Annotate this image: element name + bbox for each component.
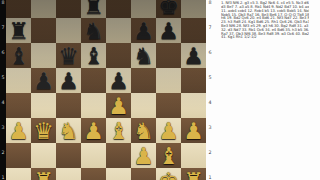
square-g2[interactable]: ♝ bbox=[156, 143, 181, 168]
square-g8[interactable]: ♚ bbox=[156, 0, 181, 18]
rank-label-left-2: 2 bbox=[1, 149, 6, 155]
white-bishop[interactable]: ♝ bbox=[106, 118, 131, 143]
square-c2[interactable] bbox=[56, 143, 81, 168]
square-c6[interactable]: ♛ bbox=[56, 43, 81, 68]
black-knight[interactable]: ♞ bbox=[81, 18, 106, 43]
square-b2[interactable] bbox=[31, 143, 56, 168]
square-d4[interactable] bbox=[81, 93, 106, 118]
black-pawn[interactable]: ♟ bbox=[181, 43, 206, 68]
video-frame: ♜♚♜♞♟♟♝♛♝♞♟♟♟♟♟♟♛♞♟♝♞♟♟♟♝♜♚♜ 1. Nf3 Nf6 … bbox=[0, 0, 320, 180]
square-f4[interactable] bbox=[131, 93, 156, 118]
square-c7[interactable] bbox=[56, 18, 81, 43]
rank-label-right-4: 4 bbox=[208, 99, 213, 105]
square-a5[interactable] bbox=[6, 68, 31, 93]
white-bishop[interactable]: ♝ bbox=[156, 143, 181, 168]
white-pawn[interactable]: ♟ bbox=[131, 143, 156, 168]
rank-label-right-1: 1 bbox=[208, 174, 213, 180]
square-e7[interactable] bbox=[106, 18, 131, 43]
square-e6[interactable] bbox=[106, 43, 131, 68]
square-h2[interactable] bbox=[181, 143, 206, 168]
rank-label-right-6: 6 bbox=[208, 49, 213, 55]
square-f1[interactable] bbox=[131, 168, 156, 180]
square-a2[interactable] bbox=[6, 143, 31, 168]
rank-label-left-7: 7 bbox=[1, 24, 6, 30]
black-king[interactable]: ♚ bbox=[156, 0, 181, 18]
square-d7[interactable]: ♞ bbox=[81, 18, 106, 43]
square-e8[interactable] bbox=[106, 0, 131, 18]
rank-label-left-6: 6 bbox=[1, 49, 6, 55]
rank-label-left-4: 4 bbox=[1, 99, 6, 105]
white-knight[interactable]: ♞ bbox=[131, 118, 156, 143]
black-pawn[interactable]: ♟ bbox=[106, 68, 131, 93]
square-c1[interactable] bbox=[56, 168, 81, 180]
black-pawn[interactable]: ♟ bbox=[156, 18, 181, 43]
white-rook[interactable]: ♜ bbox=[181, 168, 206, 180]
square-g5[interactable] bbox=[156, 68, 181, 93]
square-b8[interactable] bbox=[31, 0, 56, 18]
square-a1[interactable] bbox=[6, 168, 31, 180]
rank-label-right-2: 2 bbox=[208, 149, 213, 155]
white-king[interactable]: ♚ bbox=[156, 168, 181, 180]
square-h4[interactable] bbox=[181, 93, 206, 118]
square-c8[interactable] bbox=[56, 0, 81, 18]
square-g7[interactable]: ♟ bbox=[156, 18, 181, 43]
square-a8[interactable] bbox=[6, 0, 31, 18]
square-e1[interactable] bbox=[106, 168, 131, 180]
square-g1[interactable]: ♚ bbox=[156, 168, 181, 180]
square-b1[interactable]: ♜ bbox=[31, 168, 56, 180]
square-g4[interactable] bbox=[156, 93, 181, 118]
rank-label-right-5: 5 bbox=[208, 74, 213, 80]
move-list: 1. Nf3 Nf6 2. g3 c5 3. Bg2 Nc6 4. c4 e5 … bbox=[221, 1, 309, 39]
black-rook[interactable]: ♜ bbox=[6, 18, 31, 43]
square-h3[interactable]: ♟ bbox=[181, 118, 206, 143]
square-d5[interactable] bbox=[81, 68, 106, 93]
square-b3[interactable]: ♛ bbox=[31, 118, 56, 143]
square-c5[interactable]: ♟ bbox=[56, 68, 81, 93]
white-knight[interactable]: ♞ bbox=[56, 118, 81, 143]
square-b6[interactable] bbox=[31, 43, 56, 68]
square-d8[interactable]: ♜ bbox=[81, 0, 106, 18]
white-pawn[interactable]: ♟ bbox=[106, 93, 131, 118]
square-f8[interactable] bbox=[131, 0, 156, 18]
white-pawn[interactable]: ♟ bbox=[181, 118, 206, 143]
square-h8[interactable] bbox=[181, 0, 206, 18]
square-a3[interactable]: ♟ bbox=[6, 118, 31, 143]
rank-label-right-8: 8 bbox=[208, 0, 213, 5]
square-b4[interactable] bbox=[31, 93, 56, 118]
square-a6[interactable]: ♝ bbox=[6, 43, 31, 68]
square-e5[interactable]: ♟ bbox=[106, 68, 131, 93]
white-rook[interactable]: ♜ bbox=[31, 168, 56, 180]
square-b5[interactable]: ♟ bbox=[31, 68, 56, 93]
white-queen[interactable]: ♛ bbox=[31, 118, 56, 143]
square-h5[interactable] bbox=[181, 68, 206, 93]
rank-label-left-5: 5 bbox=[1, 74, 6, 80]
black-pawn[interactable]: ♟ bbox=[31, 68, 56, 93]
rank-label-left-3: 3 bbox=[1, 124, 6, 130]
square-g6[interactable] bbox=[156, 43, 181, 68]
square-d1[interactable] bbox=[81, 168, 106, 180]
black-knight[interactable]: ♞ bbox=[131, 43, 156, 68]
white-pawn[interactable]: ♟ bbox=[81, 118, 106, 143]
square-f7[interactable]: ♟ bbox=[131, 18, 156, 43]
white-pawn[interactable]: ♟ bbox=[6, 118, 31, 143]
square-f6[interactable]: ♞ bbox=[131, 43, 156, 68]
black-rook[interactable]: ♜ bbox=[81, 0, 106, 18]
black-bishop[interactable]: ♝ bbox=[81, 43, 106, 68]
black-queen[interactable]: ♛ bbox=[56, 43, 81, 68]
square-d3[interactable]: ♟ bbox=[81, 118, 106, 143]
black-pawn[interactable]: ♟ bbox=[131, 18, 156, 43]
square-d6[interactable]: ♝ bbox=[81, 43, 106, 68]
chess-board[interactable]: ♜♚♜♞♟♟♝♛♝♞♟♟♟♟♟♟♛♞♟♝♞♟♟♟♝♜♚♜ bbox=[6, 0, 206, 180]
square-e3[interactable]: ♝ bbox=[106, 118, 131, 143]
white-pawn[interactable]: ♟ bbox=[156, 118, 181, 143]
rank-label-left-1: 1 bbox=[1, 174, 6, 180]
square-h6[interactable]: ♟ bbox=[181, 43, 206, 68]
rank-label-right-7: 7 bbox=[208, 24, 213, 30]
square-g3[interactable]: ♟ bbox=[156, 118, 181, 143]
square-h7[interactable] bbox=[181, 18, 206, 43]
square-c3[interactable]: ♞ bbox=[56, 118, 81, 143]
square-e2[interactable] bbox=[106, 143, 131, 168]
square-f5[interactable] bbox=[131, 68, 156, 93]
square-a7[interactable]: ♜ bbox=[6, 18, 31, 43]
rank-label-left-8: 8 bbox=[1, 0, 6, 5]
square-f3[interactable]: ♞ bbox=[131, 118, 156, 143]
move-list-line: 41. Kg1 Rh1 1/2-1/2 bbox=[221, 35, 309, 39]
square-d2[interactable] bbox=[81, 143, 106, 168]
black-bishop[interactable]: ♝ bbox=[6, 43, 31, 68]
square-c4[interactable] bbox=[56, 93, 81, 118]
square-h1[interactable]: ♜ bbox=[181, 168, 206, 180]
square-a4[interactable] bbox=[6, 93, 31, 118]
square-e4[interactable]: ♟ bbox=[106, 93, 131, 118]
square-f2[interactable]: ♟ bbox=[131, 143, 156, 168]
rank-label-right-3: 3 bbox=[208, 124, 213, 130]
black-pawn[interactable]: ♟ bbox=[56, 68, 81, 93]
square-b7[interactable] bbox=[31, 18, 56, 43]
